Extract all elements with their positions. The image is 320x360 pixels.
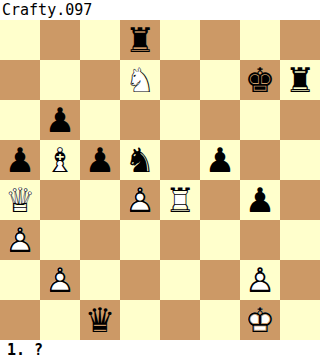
square-a3[interactable]: ♟♙ [0,220,40,260]
piece-outline: ♙ [40,260,80,300]
square-a2[interactable] [0,260,40,300]
square-h6[interactable] [280,100,320,140]
piece-outline: ♙ [0,220,40,260]
square-c7[interactable] [80,60,120,100]
square-b8[interactable] [40,20,80,60]
square-e2[interactable] [160,260,200,300]
black-pawn: ♟ [0,140,40,180]
chess-board: ♜♞♘♚♜♟♟♝♗♟♞♟♛♕♟♙♜♖♟♟♙♟♙♟♙♛♚♔ [0,20,320,340]
square-a1[interactable] [0,300,40,340]
square-b1[interactable] [40,300,80,340]
square-c3[interactable] [80,220,120,260]
square-g5[interactable] [240,140,280,180]
square-e6[interactable] [160,100,200,140]
square-d6[interactable] [120,100,160,140]
square-a6[interactable] [0,100,40,140]
square-b5[interactable]: ♝♗ [40,140,80,180]
black-rook: ♜ [120,20,160,60]
piece-outline: ♙ [240,260,280,300]
square-b3[interactable] [40,220,80,260]
square-h4[interactable] [280,180,320,220]
white-knight: ♞♘ [120,60,160,100]
square-c1[interactable]: ♛ [80,300,120,340]
white-pawn: ♟♙ [240,260,280,300]
move-prompt: 1. ? [0,340,320,360]
square-b2[interactable]: ♟♙ [40,260,80,300]
piece-fill: ♟ [240,180,280,220]
white-rook: ♜♖ [160,180,200,220]
piece-fill: ♜ [280,60,320,100]
square-d4[interactable]: ♟♙ [120,180,160,220]
square-b4[interactable] [40,180,80,220]
square-g7[interactable]: ♚ [240,60,280,100]
square-f1[interactable] [200,300,240,340]
square-c4[interactable] [80,180,120,220]
black-pawn: ♟ [200,140,240,180]
piece-fill: ♞ [120,140,160,180]
square-g3[interactable] [240,220,280,260]
square-f6[interactable] [200,100,240,140]
square-c6[interactable] [80,100,120,140]
black-knight: ♞ [120,140,160,180]
square-f7[interactable] [200,60,240,100]
square-c5[interactable]: ♟ [80,140,120,180]
square-f5[interactable]: ♟ [200,140,240,180]
square-d5[interactable]: ♞ [120,140,160,180]
piece-fill: ♟ [40,100,80,140]
square-a5[interactable]: ♟ [0,140,40,180]
piece-fill: ♟ [0,140,40,180]
square-f3[interactable] [200,220,240,260]
piece-fill: ♚ [240,60,280,100]
white-king: ♚♔ [240,300,280,340]
square-e7[interactable] [160,60,200,100]
piece-outline: ♗ [40,140,80,180]
square-f4[interactable] [200,180,240,220]
square-d8[interactable]: ♜ [120,20,160,60]
square-a4[interactable]: ♛♕ [0,180,40,220]
square-a8[interactable] [0,20,40,60]
square-d1[interactable] [120,300,160,340]
window-title: Crafty.097 [0,0,320,20]
square-g1[interactable]: ♚♔ [240,300,280,340]
square-e5[interactable] [160,140,200,180]
black-king: ♚ [240,60,280,100]
square-g4[interactable]: ♟ [240,180,280,220]
white-pawn: ♟♙ [40,260,80,300]
square-d7[interactable]: ♞♘ [120,60,160,100]
square-h5[interactable] [280,140,320,180]
piece-fill: ♛ [80,300,120,340]
square-b6[interactable]: ♟ [40,100,80,140]
square-c8[interactable] [80,20,120,60]
square-h2[interactable] [280,260,320,300]
square-d2[interactable] [120,260,160,300]
square-h8[interactable] [280,20,320,60]
white-bishop: ♝♗ [40,140,80,180]
square-e1[interactable] [160,300,200,340]
white-pawn: ♟♙ [120,180,160,220]
square-g8[interactable] [240,20,280,60]
square-e3[interactable] [160,220,200,260]
piece-outline: ♔ [240,300,280,340]
square-f2[interactable] [200,260,240,300]
square-d3[interactable] [120,220,160,260]
square-e8[interactable] [160,20,200,60]
piece-outline: ♕ [0,180,40,220]
black-rook: ♜ [280,60,320,100]
square-g2[interactable]: ♟♙ [240,260,280,300]
black-pawn: ♟ [240,180,280,220]
crafty-window: Crafty.097 ♜♞♘♚♜♟♟♝♗♟♞♟♛♕♟♙♜♖♟♟♙♟♙♟♙♛♚♔ … [0,0,320,360]
piece-outline: ♙ [120,180,160,220]
square-c2[interactable] [80,260,120,300]
piece-outline: ♖ [160,180,200,220]
square-h1[interactable] [280,300,320,340]
black-pawn: ♟ [80,140,120,180]
square-h7[interactable]: ♜ [280,60,320,100]
piece-fill: ♟ [80,140,120,180]
piece-fill: ♟ [200,140,240,180]
piece-fill: ♜ [120,20,160,60]
black-pawn: ♟ [40,100,80,140]
black-queen: ♛ [80,300,120,340]
piece-outline: ♘ [120,60,160,100]
square-b7[interactable] [40,60,80,100]
square-g6[interactable] [240,100,280,140]
square-h3[interactable] [280,220,320,260]
white-queen: ♛♕ [0,180,40,220]
square-f8[interactable] [200,20,240,60]
square-e4[interactable]: ♜♖ [160,180,200,220]
square-a7[interactable] [0,60,40,100]
white-pawn: ♟♙ [0,220,40,260]
